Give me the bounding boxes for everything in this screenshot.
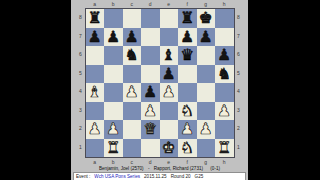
game-info-box: Event : Wch USA Pons Series 2015.11.25 R… [73, 172, 246, 180]
square-b1[interactable]: ♜ [104, 139, 123, 158]
square-a8[interactable]: ♜ [86, 9, 105, 28]
piece-black-bishop[interactable]: ♝ [162, 46, 176, 65]
square-c6[interactable]: ♞ [123, 46, 142, 65]
square-e3[interactable] [160, 102, 179, 121]
square-c1[interactable] [123, 139, 142, 158]
piece-black-pawn[interactable]: ♟ [162, 65, 176, 84]
event-name-link[interactable]: Wch USA Pons Series [94, 174, 140, 179]
square-a7[interactable]: ♟ [86, 28, 105, 47]
file-label-b: b [104, 158, 123, 166]
rank-label-7: 7 [235, 27, 243, 46]
rank-label-6: 6 [235, 45, 243, 64]
square-b4[interactable] [104, 83, 123, 102]
event-date: 2015.11.25 [144, 174, 167, 179]
rank-label-3: 3 [235, 101, 243, 120]
left-black-bar [0, 0, 71, 180]
square-g5[interactable] [197, 65, 216, 84]
square-h5[interactable]: ♞ [215, 65, 234, 84]
square-a5[interactable] [86, 65, 105, 84]
square-e7[interactable] [160, 28, 179, 47]
square-d2[interactable]: ♛ [141, 120, 160, 139]
piece-white-pawn[interactable]: ♟ [180, 120, 194, 139]
file-label-g: g [197, 158, 216, 166]
piece-white-pawn[interactable]: ♟ [143, 102, 157, 121]
square-e8[interactable] [160, 9, 179, 28]
file-label-h: h [215, 158, 234, 166]
piece-black-queen[interactable]: ♛ [180, 46, 194, 65]
rank-label-7: 7 [77, 27, 85, 46]
piece-black-pawn[interactable]: ♟ [143, 83, 157, 102]
white-player-name: Benjamin, Joel [99, 166, 129, 171]
file-label-h: h [215, 0, 234, 8]
black-player-name: Rapport, Richard [154, 166, 189, 171]
square-b2[interactable]: ♟ [104, 120, 123, 139]
piece-white-king[interactable]: ♚ [162, 139, 176, 158]
file-label-a: a [86, 0, 105, 8]
square-h2[interactable] [215, 120, 234, 139]
file-label-d: d [141, 0, 160, 8]
square-c3[interactable] [123, 102, 142, 121]
square-a1[interactable] [86, 139, 105, 158]
square-b8[interactable] [104, 9, 123, 28]
square-h7[interactable] [215, 28, 234, 47]
piece-black-knight[interactable]: ♞ [125, 46, 139, 65]
square-f3[interactable]: ♞ [178, 102, 197, 121]
rank-label-4: 4 [235, 82, 243, 101]
piece-white-knight[interactable]: ♞ [180, 102, 194, 121]
square-d6[interactable] [141, 46, 160, 65]
rank-label-5: 5 [77, 64, 85, 83]
square-d5[interactable] [141, 65, 160, 84]
rank-label-1: 1 [235, 138, 243, 157]
piece-black-pawn[interactable]: ♟ [125, 28, 139, 47]
piece-black-pawn[interactable]: ♟ [199, 28, 213, 47]
top-coordinates-row: abcdefgh [71, 0, 248, 8]
piece-black-knight[interactable]: ♞ [217, 65, 231, 84]
square-a4[interactable]: ♝ [86, 83, 105, 102]
square-c2[interactable] [123, 120, 142, 139]
square-e2[interactable] [160, 120, 179, 139]
game-result: (0-1) [210, 166, 220, 171]
file-label-f: f [178, 0, 197, 8]
piece-white-pawn[interactable]: ♟ [88, 120, 102, 139]
piece-white-pawn[interactable]: ♟ [125, 83, 139, 102]
file-label-e: e [160, 158, 179, 166]
file-label-b: b [104, 0, 123, 8]
bottom-coordinates-row: abcdefgh [71, 158, 248, 166]
white-player-rating: (2570) [130, 166, 143, 171]
screenshot-stage: abcdefgh 87654321 ♜♜♚♟♟♟♟♟♞♝♛♟♟♞♝♟♟♟♟♞♟♟… [0, 0, 320, 180]
piece-white-pawn[interactable]: ♟ [199, 120, 213, 139]
event-row: Event : Wch USA Pons Series 2015.11.25 R… [76, 174, 243, 179]
rank-label-1: 1 [77, 138, 85, 157]
rank-label-5: 5 [235, 64, 243, 83]
square-f5[interactable] [178, 65, 197, 84]
square-e6[interactable]: ♝ [160, 46, 179, 65]
square-d1[interactable] [141, 139, 160, 158]
players-separator: - [148, 166, 150, 171]
square-e4[interactable]: ♟ [160, 83, 179, 102]
square-c5[interactable] [123, 65, 142, 84]
rank-labels-right: 87654321 [235, 8, 243, 158]
rank-label-6: 6 [77, 45, 85, 64]
square-d7[interactable] [141, 28, 160, 47]
board-with-ranks: 87654321 ♜♜♚♟♟♟♟♟♞♝♛♟♟♞♝♟♟♟♟♞♟♟♟♛♟♟♜♚♞♜ … [71, 8, 248, 158]
square-f8[interactable]: ♜ [178, 9, 197, 28]
square-h8[interactable] [215, 9, 234, 28]
file-label-c: c [123, 0, 142, 8]
piece-white-bishop[interactable]: ♝ [88, 83, 102, 102]
piece-black-king[interactable]: ♚ [199, 9, 213, 28]
square-g6[interactable] [197, 46, 216, 65]
rank-label-8: 8 [235, 8, 243, 27]
piece-black-pawn[interactable]: ♟ [106, 28, 120, 47]
file-label-d: d [141, 158, 160, 166]
piece-white-queen[interactable]: ♛ [143, 120, 157, 139]
file-label-e: e [160, 0, 179, 8]
rank-label-2: 2 [235, 119, 243, 138]
square-h1[interactable]: ♜ [215, 139, 234, 158]
time-control: G25 [195, 174, 204, 179]
square-f6[interactable]: ♛ [178, 46, 197, 65]
square-h3[interactable]: ♟ [215, 102, 234, 121]
chess-board[interactable]: ♜♜♚♟♟♟♟♟♞♝♛♟♟♞♝♟♟♟♟♞♟♟♟♛♟♟♜♚♞♜ [85, 8, 235, 158]
piece-black-rook[interactable]: ♜ [88, 9, 102, 28]
piece-white-rook[interactable]: ♜ [217, 139, 231, 158]
piece-black-pawn[interactable]: ♟ [217, 46, 231, 65]
square-a2[interactable]: ♟ [86, 120, 105, 139]
square-g8[interactable]: ♚ [197, 9, 216, 28]
chess-gui-panel: abcdefgh 87654321 ♜♜♚♟♟♟♟♟♞♝♛♟♟♞♝♟♟♟♟♞♟♟… [71, 0, 248, 180]
square-f7[interactable]: ♟ [178, 28, 197, 47]
square-e1[interactable]: ♚ [160, 139, 179, 158]
square-g1[interactable] [197, 139, 216, 158]
piece-white-knight[interactable]: ♞ [180, 139, 194, 158]
piece-white-rook[interactable]: ♜ [106, 139, 120, 158]
square-h4[interactable] [215, 83, 234, 102]
square-c7[interactable]: ♟ [123, 28, 142, 47]
file-label-f: f [178, 158, 197, 166]
rank-labels-left: 87654321 [77, 8, 85, 158]
event-label: Event : [76, 174, 90, 179]
rank-label-8: 8 [77, 8, 85, 27]
square-c4[interactable]: ♟ [123, 83, 142, 102]
piece-white-pawn[interactable]: ♟ [162, 83, 176, 102]
square-c8[interactable] [123, 9, 142, 28]
piece-black-pawn[interactable]: ♟ [180, 28, 194, 47]
square-f2[interactable]: ♟ [178, 120, 197, 139]
square-d8[interactable] [141, 9, 160, 28]
square-e5[interactable]: ♟ [160, 65, 179, 84]
rank-label-2: 2 [77, 119, 85, 138]
rank-label-3: 3 [77, 101, 85, 120]
square-g4[interactable] [197, 83, 216, 102]
file-labels-top: abcdefgh [86, 0, 234, 8]
square-f4[interactable] [178, 83, 197, 102]
square-b6[interactable] [104, 46, 123, 65]
rank-label-4: 4 [77, 82, 85, 101]
square-h6[interactable]: ♟ [215, 46, 234, 65]
square-d4[interactable]: ♟ [141, 83, 160, 102]
square-a3[interactable] [86, 102, 105, 121]
file-labels-bottom: abcdefgh [86, 158, 234, 166]
square-d3[interactable]: ♟ [141, 102, 160, 121]
square-b3[interactable] [104, 102, 123, 121]
file-label-c: c [123, 158, 142, 166]
piece-black-rook[interactable]: ♜ [180, 9, 194, 28]
square-b5[interactable] [104, 65, 123, 84]
square-b7[interactable]: ♟ [104, 28, 123, 47]
square-g7[interactable]: ♟ [197, 28, 216, 47]
square-f1[interactable]: ♞ [178, 139, 197, 158]
right-black-bar [248, 0, 320, 180]
black-player-rating: (2731) [190, 166, 203, 171]
piece-white-pawn[interactable]: ♟ [106, 120, 120, 139]
piece-black-pawn[interactable]: ♟ [88, 28, 102, 47]
event-round: Round 20 [171, 174, 191, 179]
square-g3[interactable] [197, 102, 216, 121]
square-a6[interactable] [86, 46, 105, 65]
square-g2[interactable]: ♟ [197, 120, 216, 139]
file-label-a: a [86, 158, 105, 166]
piece-white-pawn[interactable]: ♟ [217, 102, 231, 121]
file-label-g: g [197, 0, 216, 8]
